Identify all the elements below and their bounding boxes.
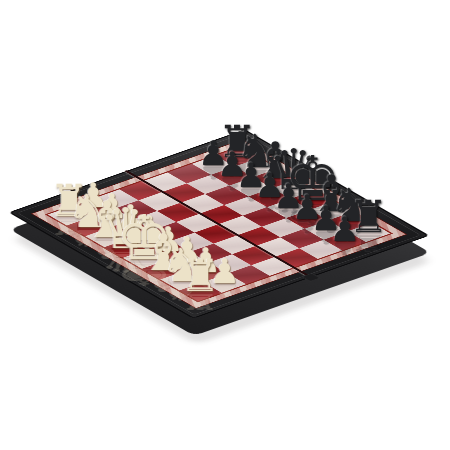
piece-reflection: ♜ bbox=[218, 156, 257, 178]
piece-reflection: ♚ bbox=[116, 258, 172, 289]
piece-reflection: ♛ bbox=[269, 188, 319, 216]
black-pawn-g7: ♟ bbox=[311, 201, 341, 235]
piece-reflection: ♟ bbox=[153, 250, 183, 267]
piece-reflection: ♞ bbox=[236, 167, 277, 190]
piece-reflection: ♟ bbox=[292, 219, 322, 236]
piece-reflection: ♟ bbox=[134, 239, 164, 256]
black-knight-b8: ♞ bbox=[236, 129, 277, 175]
black-pawn-e7: ♟ bbox=[273, 180, 303, 214]
piece-reflection: ♟ bbox=[191, 272, 221, 289]
piece-reflection: ♝ bbox=[309, 210, 354, 235]
black-pawn-d7: ♟ bbox=[254, 169, 284, 203]
pieces-layer: ♜♜♞♞♝♝♛♛♚♚♝♝♞♞♜♜♟♟♟♟♟♟♟♟♟♟♟♟♟♟♟♟♟♟♟♟♟♟♟♟… bbox=[0, 0, 450, 450]
piece-reflection: ♝ bbox=[253, 178, 298, 203]
piece-reflection: ♞ bbox=[161, 280, 202, 303]
black-queen-d8: ♛ bbox=[269, 142, 319, 198]
white-pawn-b2: ♟ bbox=[97, 190, 127, 224]
white-pawn-g2: ♟ bbox=[191, 244, 221, 278]
black-king-e8: ♚ bbox=[285, 148, 341, 210]
piece-reflection: ♟ bbox=[97, 218, 127, 235]
white-pawn-h2: ♟ bbox=[209, 254, 239, 288]
white-pawn-a2: ♟ bbox=[78, 179, 108, 213]
piece-reflection: ♜ bbox=[349, 232, 388, 254]
white-bishop-f1: ♝ bbox=[141, 228, 186, 278]
piece-reflection: ♟ bbox=[198, 165, 228, 182]
white-rook-a1: ♜ bbox=[49, 179, 88, 223]
black-pawn-a7: ♟ bbox=[198, 136, 228, 170]
black-bishop-f8: ♝ bbox=[309, 169, 354, 219]
white-knight-b1: ♞ bbox=[67, 188, 108, 234]
black-knight-g8: ♞ bbox=[329, 183, 370, 229]
piece-reflection: ♝ bbox=[141, 269, 186, 294]
piece-reflection: ♟ bbox=[172, 261, 202, 278]
piece-reflection: ♟ bbox=[311, 230, 341, 247]
piece-reflection: ♞ bbox=[329, 221, 370, 244]
piece-reflection: ♟ bbox=[78, 207, 108, 224]
white-king-e1: ♚ bbox=[116, 207, 172, 269]
piece-reflection: ♜ bbox=[181, 291, 220, 313]
white-knight-g1: ♞ bbox=[161, 242, 202, 288]
black-rook-a8: ♜ bbox=[218, 120, 257, 164]
piece-reflection: ♟ bbox=[209, 283, 239, 300]
piece-reflection: ♚ bbox=[285, 199, 341, 230]
black-bishop-c8: ♝ bbox=[253, 136, 298, 186]
white-pawn-f2: ♟ bbox=[172, 233, 202, 267]
piece-reflection: ♟ bbox=[217, 175, 247, 192]
piece-reflection: ♟ bbox=[273, 208, 303, 225]
piece-reflection: ♛ bbox=[100, 248, 150, 276]
black-pawn-f7: ♟ bbox=[292, 191, 322, 225]
piece-reflection: ♟ bbox=[236, 186, 266, 203]
black-pawn-b7: ♟ bbox=[217, 147, 247, 181]
white-pawn-c2: ♟ bbox=[115, 200, 145, 234]
white-queen-d1: ♛ bbox=[100, 201, 150, 257]
white-pawn-d2: ♟ bbox=[134, 211, 164, 245]
black-rook-h8: ♜ bbox=[349, 195, 388, 239]
product-photo: ♜♜♞♞♝♝♛♛♚♚♝♝♞♞♜♜♟♟♟♟♟♟♟♟♟♟♟♟♟♟♟♟♟♟♟♟♟♟♟♟… bbox=[0, 0, 450, 450]
black-pawn-h7: ♟ bbox=[330, 212, 360, 246]
piece-reflection: ♝ bbox=[84, 237, 129, 262]
white-bishop-c1: ♝ bbox=[84, 195, 129, 245]
piece-reflection: ♟ bbox=[254, 197, 284, 214]
white-rook-h1: ♜ bbox=[181, 254, 220, 298]
piece-reflection: ♟ bbox=[330, 240, 360, 257]
piece-reflection: ♜ bbox=[49, 215, 88, 237]
piece-reflection: ♟ bbox=[115, 229, 145, 246]
white-pawn-e2: ♟ bbox=[153, 222, 183, 256]
piece-reflection: ♞ bbox=[67, 226, 108, 249]
black-pawn-c7: ♟ bbox=[236, 158, 266, 192]
